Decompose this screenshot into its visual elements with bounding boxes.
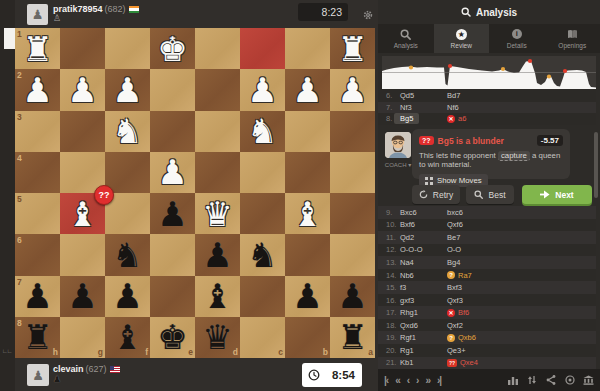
white-queen-d5[interactable]: ♛ [195,193,240,234]
tool-buttons [507,375,594,386]
move-number: 19. [378,333,400,342]
move-row-18[interactable]: 18.Qxd6Qxf2 [378,319,596,332]
black-move[interactable]: ✕a6 [447,114,466,123]
black-move[interactable]: Bg4 [447,258,460,267]
best-button[interactable]: Best [466,185,514,204]
book-icon [567,29,578,40]
eval-score-badge: -5.57 [537,135,563,146]
share-icon[interactable] [545,375,556,386]
square-a5[interactable] [330,193,375,234]
square-c3[interactable]: ♞ [240,111,285,152]
square-d8[interactable]: ♛d [195,317,240,358]
move-number: 17. [378,308,400,317]
comment-text: This lets the opponent [419,151,496,160]
black-move[interactable]: Be7 [447,233,460,242]
avatar[interactable]: ♟ [27,4,48,25]
move-number: 18. [378,321,400,330]
next-label: Next [555,190,573,200]
square-h8[interactable]: ♜8h [15,317,60,358]
tab-label: Openings [558,42,586,49]
square-g3[interactable] [60,111,105,152]
black-move[interactable]: ??Qxe4 [447,358,478,367]
square-f2[interactable]: ♟ [105,69,150,110]
square-h2[interactable]: ♟2 [15,69,60,110]
square-f5[interactable] [105,193,150,234]
forward-button[interactable]: › [416,375,418,386]
move-number: 16. [378,296,400,305]
blunder-??-badge: ?? [419,136,434,145]
bottom-clock: 8:54 [302,363,362,387]
chess-analysis-app: ∟∟ ♟ pratik78954(682) ♙ 8:23 ♜1♚♜♟2♟♟♟♟♟… [0,0,600,391]
move-number: 14. [378,271,400,280]
file-label-g: g [98,347,103,357]
miss-icon: ✕ [447,115,455,123]
scrollbar-thumb[interactable] [594,132,598,198]
square-d1[interactable] [195,28,240,69]
square-h5[interactable]: 5 [15,193,60,234]
miss-icon: ✕ [447,309,455,317]
white-move[interactable]: Bxc6 [400,208,447,217]
square-d7[interactable]: ♝ [195,276,240,317]
move-number: 20. [378,346,400,355]
coach-comment-card: ?? Bg5 is a blunder -5.57 This lets the … [412,129,570,179]
square-c6[interactable]: ♞ [240,234,285,275]
black-move[interactable]: Nf6 [447,103,459,112]
white-pawn-c2[interactable]: ♟ [240,69,285,110]
file-label-b: b [323,347,328,357]
avatar[interactable]: ♟ [27,364,49,386]
square-c8[interactable]: c [240,317,285,358]
fast-forward-button[interactable]: » [425,375,430,386]
white-move[interactable]: Qd2 [400,233,447,242]
square-h6[interactable]: 6 [15,234,60,275]
file-label-c: c [278,347,283,357]
black-pawn-icon: ♟ [53,375,61,384]
square-d5[interactable]: ♛ [195,193,240,234]
top-player-name[interactable]: pratik78954(682) [53,4,139,14]
square-f1[interactable] [105,28,150,69]
player-rating: (682) [105,4,126,14]
magnifier-icon [400,29,411,40]
arrow-right-icon [540,190,550,199]
target-icon[interactable] [564,375,575,386]
square-d6[interactable]: ♟ [195,234,240,275]
square-g8[interactable]: g [60,317,105,358]
square-a6[interactable] [330,234,375,275]
white-pawn-g2[interactable]: ♟ [60,69,105,110]
move-row-19[interactable]: 19.Rgf1?Qxb6 [378,331,596,344]
mistake-icon: ? [447,334,455,342]
square-f4[interactable] [105,152,150,193]
move-row-17[interactable]: 17.Rhg1✕Bf6 [378,306,596,319]
evaluation-graph[interactable] [382,56,596,89]
panel-header: Analysis [378,0,600,24]
white-move[interactable]: Rhg1 [400,308,447,317]
top-clock: 8:23 [298,3,348,21]
white-move[interactable]: Na4 [400,258,447,267]
retry-icon [419,190,428,199]
best-label: Best [488,190,505,200]
retry-button[interactable]: Retry [412,185,460,204]
rank-label-3: 3 [17,112,22,122]
square-g5[interactable]: ♝ [60,193,105,234]
white-move[interactable]: Rgf1 [400,333,447,342]
magnifier-icon [474,190,483,199]
move-number: 12. [378,245,400,254]
square-e4[interactable]: ♟ [150,152,195,193]
chess-board: ♜1♚♜♟2♟♟♟♟♟3♞♞4♟5♝♟♛♝6♞♟♞♟7♟♟♝♟♟♜8hg♝f♚e… [15,28,375,358]
show-moves-label: Show Moves [437,176,482,185]
square-g6[interactable] [60,234,105,275]
move-row-20[interactable]: 20.Rg1Qe3+ [378,344,596,357]
black-move[interactable]: Qxf6 [447,220,463,229]
move-number: 21. [378,358,400,367]
square-c1[interactable] [240,28,285,69]
tab-details[interactable]: iDetails [489,24,545,53]
tab-analysis[interactable]: Analysis [378,24,434,53]
square-c4[interactable] [240,152,285,193]
move-row-6[interactable]: 6.Qd5Bd7 [378,90,596,102]
move-list-lower: 9.Bxc6bxc610.Bxf6Qxf611.Qd2Be712.O-O-OO-… [378,206,596,369]
move-row-21[interactable]: 21.Kb1??Qxe4 [378,357,596,370]
bottom-clock-time: 8:54 [332,369,355,381]
panel-title: Analysis [476,7,517,18]
black-pawn-a7[interactable]: ♟ [330,276,375,317]
move-row-11[interactable]: 11.Qd2Be7 [378,231,596,244]
black-move[interactable]: Qxf2 [447,321,463,330]
white-pawn-e4[interactable]: ♟ [150,152,195,193]
square-h4[interactable]: 4 [15,152,60,193]
white-move[interactable]: f3 [400,283,447,292]
move-row-10[interactable]: 10.Bxf6Qxf6 [378,219,596,232]
square-e7[interactable] [150,276,195,317]
square-b1[interactable] [285,28,330,69]
move-number: 10. [378,220,400,229]
tab-label: Review [451,42,472,49]
next-button[interactable]: Next [522,185,592,204]
move-row-8[interactable]: 8.Bg5✕a6 [378,113,596,125]
move-number: 11. [378,233,400,242]
fast-back-button[interactable]: « [395,375,400,386]
rank-label-7: 7 [17,277,22,287]
black-move[interactable]: Bxf3 [447,283,462,292]
eval-chart-icon[interactable] [507,375,518,386]
file-label-h: h [53,347,58,357]
panel-tabs: Analysis★ReviewiDetailsOpenings [378,24,600,53]
white-knight-c3[interactable]: ♞ [240,111,285,152]
file-label-f: f [145,347,148,357]
rank-label-6: 6 [17,235,22,245]
white-bishop-b5[interactable]: ♝ [285,193,330,234]
square-e3[interactable] [150,111,195,152]
tab-openings[interactable]: Openings [545,24,600,53]
rank-label-4: 4 [17,153,22,163]
white-king-e1[interactable]: ♚ [150,28,195,69]
white-move[interactable]: Qxd6 [400,321,447,330]
chevron-down-icon: ▾ [408,162,411,168]
square-h7[interactable]: ♟7 [15,276,60,317]
black-move[interactable]: bxc6 [447,208,463,217]
move-row-9[interactable]: 9.Bxc6bxc6 [378,206,596,219]
move-number: 9. [378,208,400,217]
go-end-button[interactable]: ›| [437,375,441,386]
square-b6[interactable] [285,234,330,275]
star-circle-icon: ★ [456,29,467,40]
square-e2[interactable] [150,69,195,110]
gear-icon[interactable] [362,7,374,19]
rank-label-8: 8 [17,318,22,328]
black-pawn-g7[interactable]: ♟ [60,276,105,317]
move-row-13[interactable]: 13.Na4Bg4 [378,256,596,269]
info-icon: i [511,29,522,40]
black-pawn-f7[interactable]: ♟ [105,276,150,317]
flip-board-icon[interactable] [526,375,537,386]
square-e1[interactable]: ♚ [150,28,195,69]
white-move[interactable]: Nf3 [400,103,447,112]
file-label-e: e [188,347,193,357]
white-pawn-icon: ♙ [53,14,61,23]
square-a7[interactable]: ♟ [330,276,375,317]
magnifier-icon [461,7,471,17]
player-name-text: clevain [53,364,84,374]
file-label-d: d [233,347,238,357]
square-d2[interactable] [195,69,240,110]
bottom-player-bar: ♟ clevain(627) ♟ 8:54 [0,362,378,391]
explorer-icon[interactable] [583,375,594,386]
grid-icon [425,177,433,185]
move-row-12[interactable]: 12.O-O-OO-O [378,244,596,257]
black-move[interactable]: O-O [447,245,461,254]
white-rook-a1[interactable]: ♜ [330,28,375,69]
square-g7[interactable]: ♟ [60,276,105,317]
keyword-chip[interactable]: capture [498,151,530,161]
move-row-16[interactable]: 16.gxf3Qxf3 [378,294,596,307]
square-a8[interactable]: ♜a [330,317,375,358]
analysis-panel: Analysis Analysis★ReviewiDetailsOpenings… [378,0,600,391]
square-b2[interactable]: ♟ [285,69,330,110]
white-move[interactable]: gxf3 [400,296,447,305]
file-label-a: a [368,347,373,357]
square-f7[interactable]: ♟ [105,276,150,317]
square-e6[interactable] [150,234,195,275]
move-number: 15. [378,283,400,292]
tab-label: Analysis [394,42,418,49]
back-button[interactable]: ‹ [407,375,409,386]
blunder-icon: ?? [447,359,457,367]
black-move[interactable]: ✕Bf6 [447,308,469,317]
black-knight-f6[interactable]: ♞ [105,234,150,275]
square-c7[interactable] [240,276,285,317]
white-knight-f3[interactable]: ♞ [105,111,150,152]
selected-move[interactable]: Bg5 [394,113,419,124]
rank-label-5: 5 [17,194,22,204]
black-move[interactable]: Qxf3 [447,296,463,305]
white-move[interactable]: O-O-O [400,245,447,254]
us-flag-icon [110,366,120,373]
rank-label-2: 2 [17,70,22,80]
india-flag-icon [129,6,139,13]
white-pawn-f2[interactable]: ♟ [105,69,150,110]
move-number: 6. [378,91,400,100]
white-move[interactable]: Bg5 [400,114,447,123]
move-list-upper: 6.Qd5Bd77.Nf3Nf68.Bg5✕a6 [378,90,596,125]
white-move[interactable]: Bxf6 [400,220,447,229]
square-c2[interactable]: ♟ [240,69,285,110]
go-start-button[interactable]: |‹ [384,375,388,386]
black-move[interactable]: Bd7 [447,91,460,100]
black-move[interactable]: Qe3+ [447,346,466,355]
move-number: 13. [378,258,400,267]
bottom-player-name[interactable]: clevain(627) [53,364,120,374]
white-pawn-b2[interactable]: ♟ [285,69,330,110]
clock-icon [308,369,320,383]
square-d4[interactable] [195,152,240,193]
nav-buttons: |‹«‹›»›| [384,375,441,386]
retry-label: Retry [433,190,453,200]
white-pawn-a2[interactable]: ♟ [330,69,375,110]
move-number: 7. [378,103,400,112]
square-a4[interactable] [330,152,375,193]
black-move[interactable]: ?Ra7 [447,271,472,280]
comment-title: Bg5 is a blunder [438,136,533,146]
top-clock-time: 8:23 [322,6,342,18]
square-h1[interactable]: ♜1 [15,28,60,69]
coach-avatar[interactable] [385,132,411,158]
mistake-icon: ? [447,271,455,279]
tab-review[interactable]: ★Review [434,24,490,53]
square-d3[interactable] [195,111,240,152]
square-f3[interactable]: ♞ [105,111,150,152]
square-g4[interactable] [60,152,105,193]
move-row-15[interactable]: 15.f3Bxf3 [378,281,596,294]
square-h3[interactable]: 3 [15,111,60,152]
square-a1[interactable]: ♜ [330,28,375,69]
square-b5[interactable]: ♝ [285,193,330,234]
white-bishop-g5[interactable]: ♝ [60,193,105,234]
rank-label-1: 1 [17,29,22,39]
square-g1[interactable] [60,28,105,69]
square-g2[interactable]: ♟ [60,69,105,110]
board-area: ♟ pratik78954(682) ♙ 8:23 ♜1♚♜♟2♟♟♟♟♟3♞♞… [0,0,378,391]
white-move[interactable]: Nb6 [400,271,447,280]
square-e8[interactable]: ♚e [150,317,195,358]
black-pawn-d6[interactable]: ♟ [195,234,240,275]
tab-label: Details [507,42,527,49]
square-b3[interactable] [285,111,330,152]
top-player-bar: ♟ pratik78954(682) ♙ 8:23 [0,0,378,28]
comment-body: This lets the opponent capture a queen t… [419,151,563,169]
square-c5[interactable] [240,193,285,234]
black-bishop-d7[interactable]: ♝ [195,276,240,317]
player-rating: (627) [86,364,107,374]
square-f8[interactable]: ♝f [105,317,150,358]
square-b4[interactable] [285,152,330,193]
square-b8[interactable]: b [285,317,330,358]
move-row-7[interactable]: 7.Nf3Nf6 [378,102,596,114]
square-b7[interactable]: ♟ [285,276,330,317]
square-a2[interactable]: ♟ [330,69,375,110]
coach-label[interactable]: COACH ▾ [382,161,414,168]
white-move[interactable]: Qd5 [400,91,447,100]
black-pawn-e5[interactable]: ♟ [150,193,195,234]
black-knight-c6[interactable]: ♞ [240,234,285,275]
black-pawn-b7[interactable]: ♟ [285,276,330,317]
square-f6[interactable]: ♞ [105,234,150,275]
move-row-14[interactable]: 14.Nb6?Ra7 [378,269,596,282]
square-a3[interactable] [330,111,375,152]
square-e5[interactable]: ♟ [150,193,195,234]
white-move[interactable]: Kb1 [400,358,447,367]
white-move[interactable]: Rg1 [400,346,447,355]
black-move[interactable]: ?Qxb6 [447,333,476,342]
playback-bar: |‹«‹›»›| [378,369,600,391]
black-bishop-f8[interactable]: ♝ [105,317,150,358]
